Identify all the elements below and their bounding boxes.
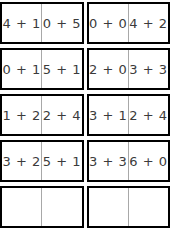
domino-card-8: 3 + 3 6 + 0 bbox=[87, 140, 171, 182]
domino-half: 2 + 0 bbox=[89, 50, 129, 88]
domino-half: 0 + 0 bbox=[89, 4, 129, 42]
domino-card-7: 3 + 2 5 + 1 bbox=[0, 140, 84, 182]
domino-half: 2 + 4 bbox=[129, 96, 168, 134]
domino-half-blank bbox=[89, 188, 129, 226]
domino-half: 2 + 4 bbox=[42, 96, 81, 134]
domino-card-6: 3 + 1 2 + 4 bbox=[87, 94, 171, 136]
domino-half: 1 + 2 bbox=[2, 96, 42, 134]
domino-half: 3 + 3 bbox=[89, 142, 129, 180]
domino-half: 6 + 0 bbox=[129, 142, 168, 180]
domino-worksheet: 4 + 1 0 + 5 0 + 0 4 + 2 0 + 1 5 + 1 2 + … bbox=[0, 0, 171, 230]
domino-half: 4 + 1 bbox=[2, 4, 42, 42]
domino-half-blank bbox=[2, 188, 42, 226]
domino-half: 0 + 5 bbox=[42, 4, 81, 42]
domino-half: 3 + 3 bbox=[129, 50, 168, 88]
domino-card-5: 1 + 2 2 + 4 bbox=[0, 94, 84, 136]
domino-half-blank bbox=[129, 188, 168, 226]
domino-card-3: 0 + 1 5 + 1 bbox=[0, 48, 84, 90]
domino-card-4: 2 + 0 3 + 3 bbox=[87, 48, 171, 90]
domino-half: 0 + 1 bbox=[2, 50, 42, 88]
domino-half: 4 + 2 bbox=[129, 4, 168, 42]
domino-half: 3 + 2 bbox=[2, 142, 42, 180]
domino-card-9-blank bbox=[0, 186, 84, 228]
domino-card-2: 0 + 0 4 + 2 bbox=[87, 2, 171, 44]
domino-card-1: 4 + 1 0 + 5 bbox=[0, 2, 84, 44]
domino-half-blank bbox=[42, 188, 81, 226]
domino-card-10-blank bbox=[87, 186, 171, 228]
domino-half: 5 + 1 bbox=[42, 50, 81, 88]
domino-half: 5 + 1 bbox=[42, 142, 81, 180]
domino-half: 3 + 1 bbox=[89, 96, 129, 134]
